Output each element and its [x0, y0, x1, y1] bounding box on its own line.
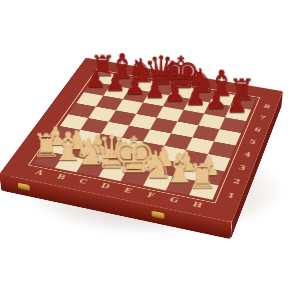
square-g6[interactable] — [198, 114, 225, 130]
red-pawn-c7[interactable]: ♟ — [124, 74, 145, 98]
red-pawn-a7[interactable]: ♟ — [85, 67, 106, 91]
rank-label-1: 1 — [221, 187, 241, 204]
red-pawn-e7[interactable]: ♟ — [164, 81, 186, 105]
chess-board-box: ♜♝♞♛♚♞♝♜♟♟♟♟♟♟♟♟♟♟♟♟♟♟♟♟♜♝♞♛♚♞♝♜ ABCDEFG… — [0, 58, 283, 222]
red-pawn-g7[interactable]: ♟ — [205, 88, 227, 112]
file-label-h: H — [183, 199, 211, 213]
white-rook-h1[interactable]: ♜ — [187, 159, 217, 193]
red-pawn-f7[interactable]: ♟ — [185, 85, 207, 109]
red-pawn-h7[interactable]: ♟ — [226, 92, 248, 117]
red-pawn-b7[interactable]: ♟ — [104, 71, 125, 95]
brass-clasp-left — [18, 183, 30, 191]
red-pawn-d7[interactable]: ♟ — [144, 78, 165, 102]
brass-clasp-right — [152, 211, 165, 220]
square-h1[interactable]: ♜ — [189, 181, 219, 200]
